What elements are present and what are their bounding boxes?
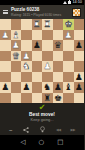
square-e1[interactable]: ♜ (32, 19, 43, 30)
square-d4[interactable] (42, 51, 53, 62)
square-e2[interactable] (32, 30, 43, 41)
android-nav-bar: ◁ ○ □ (0, 135, 84, 150)
black-queen-c3: ♛ (54, 40, 62, 51)
white-king-b1: ♚ (64, 19, 72, 30)
black-pawn-a6: ♟ (75, 72, 83, 83)
square-h2[interactable]: ♟ (0, 30, 11, 41)
square-d6[interactable] (42, 72, 53, 83)
black-rook-d8: ♜ (43, 93, 51, 104)
feedback-subtitle: Keep going... (0, 118, 84, 123)
square-c1[interactable] (53, 19, 64, 30)
check-icon: ✔ (0, 104, 84, 112)
square-h4[interactable] (0, 51, 11, 62)
square-e8[interactable] (32, 93, 43, 104)
square-c8[interactable]: ♚ (53, 93, 64, 104)
square-e4[interactable] (32, 51, 43, 62)
hamburger-menu-icon[interactable] (3, 10, 8, 15)
square-c6[interactable] (53, 72, 64, 83)
square-a7[interactable]: ♟ (74, 82, 85, 93)
white-pawn-d5: ♟ (43, 61, 51, 72)
square-d7[interactable]: ♞ (42, 82, 53, 93)
square-d5[interactable]: ♟ (42, 61, 53, 72)
square-g7[interactable] (11, 82, 22, 93)
square-e6[interactable] (32, 72, 43, 83)
square-f5[interactable]: ♞ (21, 61, 32, 72)
square-b7[interactable]: ♝ (63, 82, 74, 93)
square-b3[interactable] (63, 40, 74, 51)
square-f7[interactable]: ♟ (21, 82, 32, 93)
square-g3[interactable]: ♟ (11, 40, 22, 51)
black-king-c8: ♚ (54, 93, 62, 104)
black-pawn-a3: ♟ (75, 40, 83, 51)
white-pawn-g3: ♟ (12, 40, 20, 51)
battery-icon (68, 1, 71, 5)
android-recents-icon[interactable]: □ (57, 139, 63, 146)
square-f1[interactable] (21, 19, 32, 30)
square-f6[interactable] (21, 72, 32, 83)
white-rook-e1: ♜ (33, 19, 41, 30)
square-h1[interactable] (0, 19, 11, 30)
black-knight-d7: ♞ (43, 82, 51, 93)
square-a8[interactable] (74, 93, 85, 104)
square-f2[interactable] (21, 30, 32, 41)
white-rook-d1: ♜ (43, 19, 51, 30)
square-e7[interactable] (32, 82, 43, 93)
square-g2[interactable]: ♝ (11, 30, 22, 41)
white-pawn-h2: ♟ (1, 30, 9, 41)
square-b4[interactable] (63, 51, 74, 62)
square-f4[interactable]: ♟ (21, 51, 32, 62)
square-d8[interactable]: ♜ (42, 93, 53, 104)
square-c3[interactable]: ♛ (53, 40, 64, 51)
square-g6[interactable] (11, 72, 22, 83)
square-h6[interactable] (0, 72, 11, 83)
square-h5[interactable] (0, 61, 11, 72)
square-a5[interactable] (74, 61, 85, 72)
mini-chessboard-icon[interactable] (72, 8, 81, 17)
square-g5[interactable] (11, 61, 22, 72)
square-b8[interactable] (63, 93, 74, 104)
share-icon[interactable] (23, 127, 29, 133)
square-b1[interactable]: ♚ (63, 19, 74, 30)
forward-icon[interactable]: ▶▶ (71, 127, 75, 133)
square-f8[interactable] (21, 93, 32, 104)
square-e5[interactable] (32, 61, 43, 72)
square-a1[interactable] (74, 19, 85, 30)
square-h3[interactable] (0, 40, 11, 51)
square-g4[interactable]: ♛ (11, 51, 22, 62)
square-h8[interactable] (0, 93, 11, 104)
white-pawn-b2: ♟ (64, 30, 72, 41)
hint-lightbulb-icon[interactable] (39, 126, 46, 133)
app-bar: Puzzle 60238 Rating: 1615 • Played 6030 … (0, 5, 84, 19)
square-f3[interactable] (21, 40, 32, 51)
square-c5[interactable] (53, 61, 64, 72)
puzzle-toolbar: – ◀◀ ▶▶ (0, 124, 84, 135)
android-home-icon[interactable]: ○ (39, 139, 45, 146)
square-a6[interactable]: ♟ (74, 72, 85, 83)
black-bishop-b7: ♝ (64, 82, 72, 93)
page-subtitle: Rating: 1615 • Played 6030 times (11, 13, 72, 17)
black-pawn-h7: ♟ (1, 82, 9, 93)
chess-board[interactable]: ♜♜♚♟♝♟♟♟♛♟♛♟♞♟♟♟♟♞♟♝♟♜♚ (0, 19, 84, 103)
square-c7[interactable]: ♟ (53, 82, 64, 93)
square-b6[interactable] (63, 72, 74, 83)
black-pawn-a7: ♟ (75, 82, 83, 93)
wifi-icon (63, 1, 67, 4)
square-b2[interactable]: ♟ (63, 30, 74, 41)
square-d3[interactable] (42, 40, 53, 51)
white-queen-g4: ♛ (12, 51, 20, 62)
square-h7[interactable]: ♟ (0, 82, 11, 93)
rewind-icon[interactable]: ◀◀ (56, 127, 60, 133)
minimize-icon[interactable]: – (9, 127, 12, 133)
black-pawn-e3: ♟ (33, 40, 41, 51)
header-titles: Puzzle 60238 Rating: 1615 • Played 6030 … (11, 7, 72, 16)
square-g1[interactable] (11, 19, 22, 30)
square-c2[interactable] (53, 30, 64, 41)
white-pawn-f4: ♟ (22, 51, 30, 62)
square-e3[interactable]: ♟ (32, 40, 43, 51)
square-c4[interactable] (53, 51, 64, 62)
square-a2[interactable] (74, 30, 85, 41)
white-bishop-g2: ♝ (12, 30, 20, 41)
square-g8[interactable] (11, 93, 22, 104)
black-pawn-c7: ♟ (54, 82, 62, 93)
square-b5[interactable] (63, 61, 74, 72)
square-d2[interactable] (42, 30, 53, 41)
android-back-icon[interactable]: ◁ (21, 139, 26, 146)
square-d1[interactable]: ♜ (42, 19, 53, 30)
status-time: 14:10 (72, 0, 82, 5)
black-pawn-f7: ♟ (22, 82, 30, 93)
feedback-panel: ✔ Best move! Keep going... (0, 103, 84, 124)
square-a3[interactable]: ♟ (74, 40, 85, 51)
square-a4[interactable] (74, 51, 85, 62)
white-knight-f5: ♞ (22, 61, 30, 72)
